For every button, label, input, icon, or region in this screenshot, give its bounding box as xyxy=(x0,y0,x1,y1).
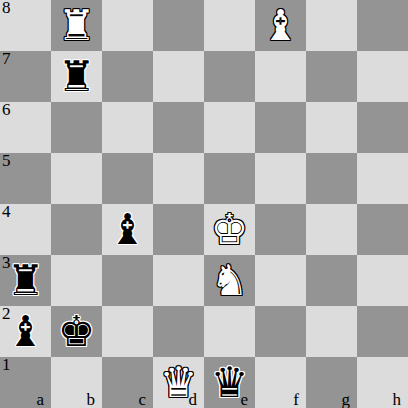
rank-label-2: 2 xyxy=(2,305,11,323)
rank-label-8: 8 xyxy=(2,0,11,17)
square-h5[interactable] xyxy=(357,153,408,204)
file-label-a: a xyxy=(36,391,44,408)
square-g3[interactable] xyxy=(306,255,357,306)
square-c3[interactable] xyxy=(102,255,153,306)
square-b4[interactable] xyxy=(51,204,102,255)
square-e2[interactable] xyxy=(204,306,255,357)
square-b1[interactable]: b xyxy=(51,357,102,408)
square-a3[interactable]: 3♜ xyxy=(0,255,51,306)
square-e1[interactable]: e♛ xyxy=(204,357,255,408)
square-f3[interactable] xyxy=(255,255,306,306)
square-f6[interactable] xyxy=(255,102,306,153)
file-label-d: d xyxy=(189,391,198,408)
square-h1[interactable]: h xyxy=(357,357,408,408)
square-f8[interactable]: ♝ xyxy=(255,0,306,51)
square-f1[interactable]: f xyxy=(255,357,306,408)
black-rook-b7[interactable]: ♜ xyxy=(51,51,102,102)
square-h3[interactable] xyxy=(357,255,408,306)
file-label-c: c xyxy=(138,391,146,408)
square-b7[interactable]: ♜ xyxy=(51,51,102,102)
file-label-g: g xyxy=(342,391,351,408)
square-a8[interactable]: 8 xyxy=(0,0,51,51)
square-e8[interactable] xyxy=(204,0,255,51)
square-c6[interactable] xyxy=(102,102,153,153)
square-d4[interactable] xyxy=(153,204,204,255)
square-h7[interactable] xyxy=(357,51,408,102)
square-a1[interactable]: 1a xyxy=(0,357,51,408)
square-g2[interactable] xyxy=(306,306,357,357)
file-label-e: e xyxy=(240,391,248,408)
square-c8[interactable] xyxy=(102,0,153,51)
square-g8[interactable] xyxy=(306,0,357,51)
square-c2[interactable] xyxy=(102,306,153,357)
rank-label-1: 1 xyxy=(2,356,11,374)
file-label-f: f xyxy=(293,391,299,408)
square-e6[interactable] xyxy=(204,102,255,153)
square-b3[interactable] xyxy=(51,255,102,306)
square-h6[interactable] xyxy=(357,102,408,153)
white-king-e4[interactable]: ♚ xyxy=(204,204,255,255)
square-g4[interactable] xyxy=(306,204,357,255)
square-f5[interactable] xyxy=(255,153,306,204)
square-a2[interactable]: 2♝ xyxy=(0,306,51,357)
rank-label-7: 7 xyxy=(2,50,11,68)
square-g6[interactable] xyxy=(306,102,357,153)
file-label-h: h xyxy=(393,391,402,408)
black-king-b2[interactable]: ♚ xyxy=(51,306,102,357)
square-d3[interactable] xyxy=(153,255,204,306)
square-g1[interactable]: g xyxy=(306,357,357,408)
square-a6[interactable]: 6 xyxy=(0,102,51,153)
square-b6[interactable] xyxy=(51,102,102,153)
white-knight-e3[interactable]: ♞ xyxy=(204,255,255,306)
square-b8[interactable]: ♜ xyxy=(51,0,102,51)
square-g7[interactable] xyxy=(306,51,357,102)
square-e3[interactable]: ♞ xyxy=(204,255,255,306)
white-rook-b8[interactable]: ♜ xyxy=(51,0,102,51)
chess-board: 8♜♝7♜654♝♚3♜♞2♝♚1abcd♛e♛fgh xyxy=(0,0,408,408)
square-f4[interactable] xyxy=(255,204,306,255)
square-h2[interactable] xyxy=(357,306,408,357)
square-d8[interactable] xyxy=(153,0,204,51)
square-c7[interactable] xyxy=(102,51,153,102)
square-d5[interactable] xyxy=(153,153,204,204)
square-d6[interactable] xyxy=(153,102,204,153)
square-a7[interactable]: 7 xyxy=(0,51,51,102)
square-d7[interactable] xyxy=(153,51,204,102)
square-a4[interactable]: 4 xyxy=(0,204,51,255)
black-bishop-c4[interactable]: ♝ xyxy=(102,204,153,255)
square-c5[interactable] xyxy=(102,153,153,204)
square-c4[interactable]: ♝ xyxy=(102,204,153,255)
square-f7[interactable] xyxy=(255,51,306,102)
rank-label-4: 4 xyxy=(2,203,11,221)
square-b2[interactable]: ♚ xyxy=(51,306,102,357)
file-label-b: b xyxy=(87,391,96,408)
white-bishop-f8[interactable]: ♝ xyxy=(255,0,306,51)
square-b5[interactable] xyxy=(51,153,102,204)
rank-label-3: 3 xyxy=(2,254,11,272)
square-h4[interactable] xyxy=(357,204,408,255)
square-a5[interactable]: 5 xyxy=(0,153,51,204)
square-c1[interactable]: c xyxy=(102,357,153,408)
square-f2[interactable] xyxy=(255,306,306,357)
rank-label-6: 6 xyxy=(2,101,11,119)
square-e5[interactable] xyxy=(204,153,255,204)
square-h8[interactable] xyxy=(357,0,408,51)
square-g5[interactable] xyxy=(306,153,357,204)
rank-label-5: 5 xyxy=(2,152,11,170)
square-d1[interactable]: d♛ xyxy=(153,357,204,408)
square-d2[interactable] xyxy=(153,306,204,357)
square-e7[interactable] xyxy=(204,51,255,102)
square-e4[interactable]: ♚ xyxy=(204,204,255,255)
